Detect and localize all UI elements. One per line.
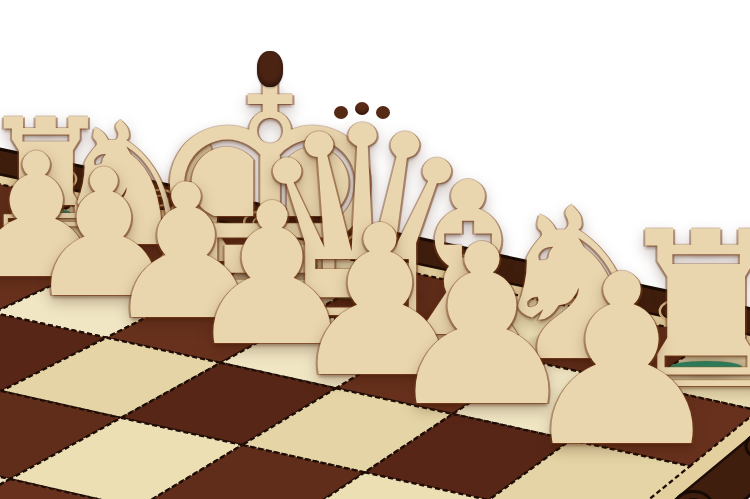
chess-board: [0, 0, 750, 499]
chess-set-photo: ♜♞♝♚♛♝♞♜♟♟♟♟♟♟♟: [0, 0, 750, 499]
